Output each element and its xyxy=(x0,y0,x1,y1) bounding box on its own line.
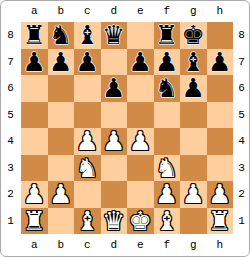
file-label-a: a xyxy=(21,238,48,252)
square-g8[interactable]: ♚ xyxy=(180,22,207,49)
square-e1[interactable]: ♚ xyxy=(127,208,154,235)
rank-label-1: 1 xyxy=(234,208,249,235)
square-b3[interactable] xyxy=(48,155,75,182)
square-e3[interactable] xyxy=(127,155,154,182)
square-b4[interactable] xyxy=(48,128,75,155)
file-label-b: b xyxy=(48,4,75,18)
file-label-e: e xyxy=(127,4,154,18)
white-queen-piece[interactable]: ♛ xyxy=(102,208,125,234)
square-e8[interactable] xyxy=(127,22,154,49)
white-pawn-piece[interactable]: ♟ xyxy=(155,181,178,207)
square-f3[interactable]: ♞ xyxy=(154,155,181,182)
rank-labels-right: 87654321 xyxy=(234,22,249,234)
file-label-h: h xyxy=(207,238,234,252)
white-pawn-piece[interactable]: ♟ xyxy=(102,128,125,154)
square-h3[interactable] xyxy=(207,155,234,182)
square-d4[interactable]: ♟ xyxy=(101,128,128,155)
square-d3[interactable] xyxy=(101,155,128,182)
white-rook-piece[interactable]: ♜ xyxy=(23,208,46,234)
square-g4[interactable] xyxy=(180,128,207,155)
square-f8[interactable]: ♜ xyxy=(154,22,181,49)
square-g1[interactable] xyxy=(180,208,207,235)
rank-label-5: 5 xyxy=(3,102,18,129)
square-h2[interactable]: ♟ xyxy=(207,181,234,208)
square-c4[interactable]: ♟ xyxy=(74,128,101,155)
square-c8[interactable]: ♝ xyxy=(74,22,101,49)
black-bishop-piece[interactable]: ♝ xyxy=(182,49,205,75)
rank-label-8: 8 xyxy=(3,22,18,49)
square-h4[interactable] xyxy=(207,128,234,155)
square-e4[interactable]: ♟ xyxy=(127,128,154,155)
rank-label-3: 3 xyxy=(3,155,18,182)
rank-labels-left: 87654321 xyxy=(3,22,18,234)
chess-board[interactable]: ♜♞♝♛♜♚♟♟♟♟♟♝♟♟♞♟♟♟♟♞♞♟♟♟♟♟♜♝♛♚♝♜ xyxy=(21,22,233,234)
square-h5[interactable] xyxy=(207,102,234,129)
black-pawn-piece[interactable]: ♟ xyxy=(208,49,231,75)
rank-label-7: 7 xyxy=(234,49,249,76)
file-label-e: e xyxy=(127,238,154,252)
black-pawn-piece[interactable]: ♟ xyxy=(129,49,152,75)
square-d8[interactable]: ♛ xyxy=(101,22,128,49)
black-pawn-piece[interactable]: ♟ xyxy=(76,49,99,75)
square-h6[interactable] xyxy=(207,75,234,102)
square-b5[interactable] xyxy=(48,102,75,129)
square-a7[interactable]: ♟ xyxy=(21,49,48,76)
square-d2[interactable] xyxy=(101,181,128,208)
black-pawn-piece[interactable]: ♟ xyxy=(102,75,125,101)
square-f1[interactable]: ♝ xyxy=(154,208,181,235)
file-label-g: g xyxy=(180,238,207,252)
square-g2[interactable]: ♟ xyxy=(180,181,207,208)
file-label-c: c xyxy=(74,238,101,252)
rank-label-1: 1 xyxy=(3,208,18,235)
square-a8[interactable]: ♜ xyxy=(21,22,48,49)
black-rook-piece[interactable]: ♜ xyxy=(23,22,46,48)
square-h1[interactable]: ♜ xyxy=(207,208,234,235)
square-g7[interactable]: ♝ xyxy=(180,49,207,76)
square-a4[interactable] xyxy=(21,128,48,155)
file-label-c: c xyxy=(74,4,101,18)
black-king-piece[interactable]: ♚ xyxy=(182,22,205,48)
square-c3[interactable]: ♞ xyxy=(74,155,101,182)
white-pawn-piece[interactable]: ♟ xyxy=(129,128,152,154)
square-h7[interactable]: ♟ xyxy=(207,49,234,76)
square-c5[interactable] xyxy=(74,102,101,129)
file-label-b: b xyxy=(48,238,75,252)
square-h8[interactable] xyxy=(207,22,234,49)
square-b7[interactable]: ♟ xyxy=(48,49,75,76)
black-pawn-piece[interactable]: ♟ xyxy=(182,75,205,101)
square-e6[interactable] xyxy=(127,75,154,102)
square-b1[interactable] xyxy=(48,208,75,235)
chess-diagram: abcdefgh 87654321 ♜♞♝♛♜♚♟♟♟♟♟♝♟♟♞♟♟♟♟♞♞♟… xyxy=(0,0,250,257)
black-knight-piece[interactable]: ♞ xyxy=(49,22,72,48)
file-label-d: d xyxy=(101,4,128,18)
file-label-h: h xyxy=(207,4,234,18)
square-e7[interactable]: ♟ xyxy=(127,49,154,76)
rank-label-6: 6 xyxy=(234,75,249,102)
white-bishop-piece[interactable]: ♝ xyxy=(155,208,178,234)
square-g3[interactable] xyxy=(180,155,207,182)
black-pawn-piece[interactable]: ♟ xyxy=(23,49,46,75)
white-pawn-piece[interactable]: ♟ xyxy=(23,181,46,207)
square-a2[interactable]: ♟ xyxy=(21,181,48,208)
rank-label-2: 2 xyxy=(234,181,249,208)
square-f5[interactable] xyxy=(154,102,181,129)
square-b2[interactable]: ♟ xyxy=(48,181,75,208)
white-rook-piece[interactable]: ♜ xyxy=(208,208,231,234)
square-f7[interactable]: ♟ xyxy=(154,49,181,76)
file-labels-top: abcdefgh xyxy=(21,4,233,18)
square-e5[interactable] xyxy=(127,102,154,129)
white-king-piece[interactable]: ♚ xyxy=(129,208,152,234)
file-label-a: a xyxy=(21,4,48,18)
white-bishop-piece[interactable]: ♝ xyxy=(76,208,99,234)
file-label-f: f xyxy=(154,238,181,252)
white-pawn-piece[interactable]: ♟ xyxy=(182,181,205,207)
square-a1[interactable]: ♜ xyxy=(21,208,48,235)
square-d1[interactable]: ♛ xyxy=(101,208,128,235)
rank-label-4: 4 xyxy=(234,128,249,155)
square-a3[interactable] xyxy=(21,155,48,182)
square-c7[interactable]: ♟ xyxy=(74,49,101,76)
square-f4[interactable] xyxy=(154,128,181,155)
white-pawn-piece[interactable]: ♟ xyxy=(208,181,231,207)
square-b8[interactable]: ♞ xyxy=(48,22,75,49)
rank-label-6: 6 xyxy=(3,75,18,102)
black-pawn-piece[interactable]: ♟ xyxy=(155,49,178,75)
black-rook-piece[interactable]: ♜ xyxy=(155,22,178,48)
square-g5[interactable] xyxy=(180,102,207,129)
square-c2[interactable] xyxy=(74,181,101,208)
black-pawn-piece[interactable]: ♟ xyxy=(49,49,72,75)
white-knight-piece[interactable]: ♞ xyxy=(76,155,99,181)
file-label-d: d xyxy=(101,238,128,252)
rank-label-5: 5 xyxy=(234,102,249,129)
black-queen-piece[interactable]: ♛ xyxy=(102,22,125,48)
square-a5[interactable] xyxy=(21,102,48,129)
square-c1[interactable]: ♝ xyxy=(74,208,101,235)
file-label-f: f xyxy=(154,4,181,18)
rank-label-8: 8 xyxy=(234,22,249,49)
white-knight-piece[interactable]: ♞ xyxy=(155,155,178,181)
rank-label-2: 2 xyxy=(3,181,18,208)
square-d6[interactable]: ♟ xyxy=(101,75,128,102)
square-b6[interactable] xyxy=(48,75,75,102)
rank-label-4: 4 xyxy=(3,128,18,155)
white-pawn-piece[interactable]: ♟ xyxy=(49,181,72,207)
square-a6[interactable] xyxy=(21,75,48,102)
white-pawn-piece[interactable]: ♟ xyxy=(76,128,99,154)
square-e2[interactable] xyxy=(127,181,154,208)
square-f6[interactable]: ♞ xyxy=(154,75,181,102)
square-g6[interactable]: ♟ xyxy=(180,75,207,102)
rank-label-7: 7 xyxy=(3,49,18,76)
black-bishop-piece[interactable]: ♝ xyxy=(76,22,99,48)
black-knight-piece[interactable]: ♞ xyxy=(155,75,178,101)
square-d5[interactable] xyxy=(101,102,128,129)
file-labels-bottom: abcdefgh xyxy=(21,238,233,252)
square-f2[interactable]: ♟ xyxy=(154,181,181,208)
rank-label-3: 3 xyxy=(234,155,249,182)
square-c6[interactable] xyxy=(74,75,101,102)
file-label-g: g xyxy=(180,4,207,18)
square-d7[interactable] xyxy=(101,49,128,76)
